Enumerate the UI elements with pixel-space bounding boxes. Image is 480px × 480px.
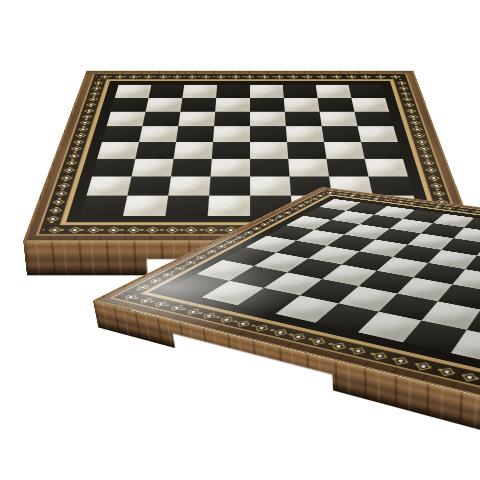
square — [197, 260, 254, 281]
square — [358, 312, 422, 343]
pearl-diamond-inlay-motif — [373, 352, 387, 359]
pearl-diamond-inlay-motif — [332, 342, 345, 349]
square — [438, 284, 480, 309]
square — [451, 330, 480, 365]
square — [377, 257, 428, 277]
square — [300, 279, 359, 303]
square — [338, 286, 397, 312]
chessboard-front — [93, 187, 480, 414]
pearl-diamond-inlay-motif — [151, 278, 160, 282]
pearl-diamond-inlay-motif — [312, 338, 325, 345]
pearl-diamond-inlay-motif — [175, 266, 184, 270]
pearl-diamond-inlay-motif — [256, 325, 268, 331]
square — [275, 295, 338, 322]
pearl-diamond-inlay-motif — [197, 255, 206, 259]
square — [202, 281, 264, 306]
square — [414, 263, 466, 284]
product-photo-stage — [0, 0, 480, 480]
square — [287, 258, 341, 279]
pearl-diamond-inlay-motif — [439, 367, 454, 375]
pearl-diamond-inlay-motif — [205, 313, 216, 319]
square — [238, 288, 301, 314]
pearl-diamond-inlay-motif — [275, 329, 287, 335]
square — [422, 301, 480, 330]
pearl-diamond-inlay-motif — [417, 362, 431, 370]
pearl-diamond-inlay-motif — [463, 373, 478, 381]
square — [264, 272, 322, 295]
pearl-diamond-inlay-motif — [239, 321, 250, 327]
pearl-diamond-inlay-motif — [172, 305, 182, 310]
board-top-face — [93, 187, 480, 414]
square — [397, 277, 452, 301]
pearl-diamond-inlay-motif — [126, 294, 136, 299]
pearl-diamond-inlay-motif — [395, 357, 409, 364]
pearl-diamond-inlay-motif — [352, 347, 365, 354]
pearl-diamond-inlay-motif — [186, 261, 195, 265]
pearl-diamond-inlay-motif — [221, 316, 232, 322]
square — [467, 310, 480, 340]
pearl-diamond-inlay-motif — [188, 309, 198, 315]
square — [465, 256, 480, 276]
square — [359, 271, 414, 294]
pearl-diamond-inlay-motif — [293, 333, 305, 339]
pearl-diamond-inlay-motif — [163, 272, 172, 276]
square — [403, 321, 467, 354]
scene-front-board — [0, 0, 480, 480]
square — [379, 294, 438, 321]
square — [322, 264, 377, 286]
square — [168, 274, 230, 297]
pearl-diamond-inlay-motif — [138, 285, 147, 290]
pearl-diamond-inlay-motif — [141, 298, 151, 303]
pearl-diamond-inlay-motif — [157, 301, 167, 306]
square — [452, 269, 480, 291]
square — [229, 266, 287, 288]
square — [315, 303, 378, 332]
